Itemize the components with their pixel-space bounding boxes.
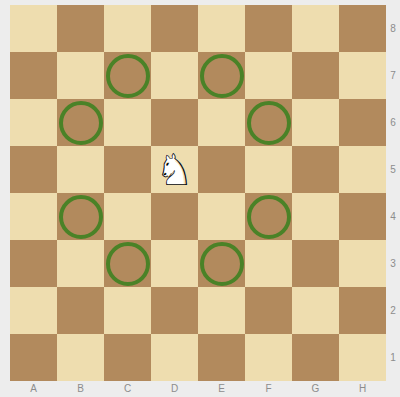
file-label-e: E xyxy=(198,381,245,397)
square-c3[interactable] xyxy=(104,240,151,287)
piece-outline-glyph: ♘ xyxy=(155,148,194,192)
square-a6[interactable] xyxy=(10,99,57,146)
square-f4[interactable] xyxy=(245,193,292,240)
file-label-f: F xyxy=(245,381,292,397)
square-c2[interactable] xyxy=(104,287,151,334)
square-b7[interactable] xyxy=(57,52,104,99)
square-c6[interactable] xyxy=(104,99,151,146)
rank-label-2: 2 xyxy=(386,287,400,334)
legal-move-ring xyxy=(106,54,150,98)
square-g7[interactable] xyxy=(292,52,339,99)
square-a8[interactable] xyxy=(10,5,57,52)
square-e6[interactable] xyxy=(198,99,245,146)
file-label-g: G xyxy=(292,381,339,397)
file-label-h: H xyxy=(339,381,386,397)
square-b2[interactable] xyxy=(57,287,104,334)
rank-label-4: 4 xyxy=(386,193,400,240)
square-a3[interactable] xyxy=(10,240,57,287)
square-h2[interactable] xyxy=(339,287,386,334)
legal-move-ring xyxy=(59,195,103,239)
square-b6[interactable] xyxy=(57,99,104,146)
rank-label-7: 7 xyxy=(386,52,400,99)
square-e7[interactable] xyxy=(198,52,245,99)
square-a1[interactable] xyxy=(10,334,57,381)
square-b4[interactable] xyxy=(57,193,104,240)
chess-board: ♞♘ xyxy=(10,5,386,381)
square-h5[interactable] xyxy=(339,146,386,193)
rank-labels: 87654321 xyxy=(386,5,400,381)
legal-move-ring xyxy=(200,54,244,98)
white-knight[interactable]: ♞♘ xyxy=(151,146,198,193)
square-c5[interactable] xyxy=(104,146,151,193)
square-f3[interactable] xyxy=(245,240,292,287)
square-g2[interactable] xyxy=(292,287,339,334)
square-g5[interactable] xyxy=(292,146,339,193)
square-e2[interactable] xyxy=(198,287,245,334)
rank-label-3: 3 xyxy=(386,240,400,287)
square-h7[interactable] xyxy=(339,52,386,99)
legal-move-ring xyxy=(106,242,150,286)
square-a5[interactable] xyxy=(10,146,57,193)
square-g4[interactable] xyxy=(292,193,339,240)
file-label-d: D xyxy=(151,381,198,397)
square-f6[interactable] xyxy=(245,99,292,146)
file-label-b: B xyxy=(57,381,104,397)
legal-move-ring xyxy=(247,101,291,145)
file-labels: ABCDEFGH xyxy=(10,381,386,397)
file-label-a: A xyxy=(10,381,57,397)
legal-move-ring xyxy=(247,195,291,239)
square-d1[interactable] xyxy=(151,334,198,381)
square-h3[interactable] xyxy=(339,240,386,287)
square-d5[interactable]: ♞♘ xyxy=(151,146,198,193)
square-d8[interactable] xyxy=(151,5,198,52)
square-c7[interactable] xyxy=(104,52,151,99)
square-h6[interactable] xyxy=(339,99,386,146)
rank-label-8: 8 xyxy=(386,5,400,52)
rank-label-6: 6 xyxy=(386,99,400,146)
rank-label-5: 5 xyxy=(386,146,400,193)
square-g1[interactable] xyxy=(292,334,339,381)
square-e5[interactable] xyxy=(198,146,245,193)
square-a7[interactable] xyxy=(10,52,57,99)
square-e4[interactable] xyxy=(198,193,245,240)
square-f7[interactable] xyxy=(245,52,292,99)
square-d3[interactable] xyxy=(151,240,198,287)
square-f1[interactable] xyxy=(245,334,292,381)
square-b5[interactable] xyxy=(57,146,104,193)
legal-move-ring xyxy=(200,242,244,286)
rank-label-1: 1 xyxy=(386,334,400,381)
square-d2[interactable] xyxy=(151,287,198,334)
square-c8[interactable] xyxy=(104,5,151,52)
square-e3[interactable] xyxy=(198,240,245,287)
square-f8[interactable] xyxy=(245,5,292,52)
square-h1[interactable] xyxy=(339,334,386,381)
square-e8[interactable] xyxy=(198,5,245,52)
file-label-c: C xyxy=(104,381,151,397)
square-h8[interactable] xyxy=(339,5,386,52)
square-f5[interactable] xyxy=(245,146,292,193)
square-e1[interactable] xyxy=(198,334,245,381)
square-g8[interactable] xyxy=(292,5,339,52)
board-container: ♞♘ ABCDEFGH 87654321 xyxy=(0,0,400,397)
square-g6[interactable] xyxy=(292,99,339,146)
square-b3[interactable] xyxy=(57,240,104,287)
square-f2[interactable] xyxy=(245,287,292,334)
square-b8[interactable] xyxy=(57,5,104,52)
square-a2[interactable] xyxy=(10,287,57,334)
square-d6[interactable] xyxy=(151,99,198,146)
square-b1[interactable] xyxy=(57,334,104,381)
square-c1[interactable] xyxy=(104,334,151,381)
square-d7[interactable] xyxy=(151,52,198,99)
square-g3[interactable] xyxy=(292,240,339,287)
square-h4[interactable] xyxy=(339,193,386,240)
square-c4[interactable] xyxy=(104,193,151,240)
square-a4[interactable] xyxy=(10,193,57,240)
legal-move-ring xyxy=(59,101,103,145)
square-d4[interactable] xyxy=(151,193,198,240)
